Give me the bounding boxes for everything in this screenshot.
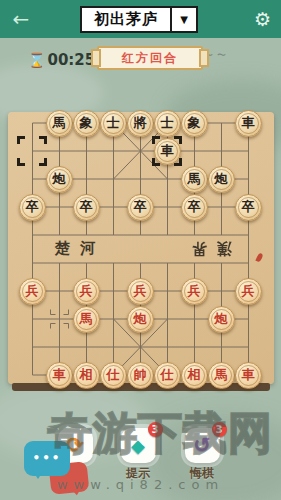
piece-glyph: 士 [154, 110, 181, 137]
piece-glyph: 兵 [19, 278, 46, 305]
board-point[interactable] [154, 333, 181, 361]
piece-glyph: 仕 [100, 362, 127, 389]
piece-glyph: 兵 [235, 278, 262, 305]
piece-glyph: 車 [154, 138, 181, 165]
piece-black[interactable]: 炮 [46, 165, 73, 193]
board-point[interactable] [154, 277, 181, 305]
board-point[interactable] [100, 333, 127, 361]
board-point[interactable] [154, 221, 181, 249]
river-label-left: 楚河 [55, 239, 105, 258]
board-point[interactable] [154, 249, 181, 277]
undo-label: 悔棋 [190, 465, 214, 482]
piece-red[interactable]: 炮 [208, 305, 235, 333]
board-point[interactable] [181, 137, 208, 165]
piece-black[interactable]: 馬 [181, 165, 208, 193]
xiangqi-app: ← 初出茅庐 ▼ ⚙ ⌛ 00:25 红方回合 〜〜 馬象士將士象車車炮馬炮卒卒… [0, 0, 281, 500]
board-point[interactable] [235, 249, 262, 277]
piece-red[interactable]: 仕 [100, 361, 127, 389]
piece-red[interactable]: 車 [46, 361, 73, 389]
board-point[interactable] [100, 193, 127, 221]
board-point[interactable] [181, 333, 208, 361]
piece-black[interactable]: 象 [181, 109, 208, 137]
xiangqi-board: 馬象士將士象車車炮馬炮卒卒卒卒卒兵兵兵兵兵馬炮炮車相仕帥仕相馬車 楚河 漢界 [8, 112, 274, 384]
undo-button[interactable]: ↺ 3 悔棋 [178, 428, 226, 482]
piece-black[interactable]: 馬 [46, 109, 73, 137]
piece-black[interactable]: 將 [127, 109, 154, 137]
piece-glyph: 馬 [73, 306, 100, 333]
piece-glyph: 象 [181, 110, 208, 137]
board-point[interactable] [127, 249, 154, 277]
board-point[interactable] [46, 305, 73, 333]
board-point[interactable] [235, 333, 262, 361]
board-point[interactable] [19, 137, 46, 165]
piece-red[interactable]: 帥 [127, 361, 154, 389]
replay-icon-box[interactable]: ⟳ [58, 428, 93, 463]
board-point[interactable] [154, 305, 181, 333]
timer-value: 00:25 [47, 51, 95, 69]
piece-glyph: 帥 [127, 362, 154, 389]
piece-glyph: 炮 [208, 306, 235, 333]
undo-count-badge: 3 [212, 422, 227, 437]
board-point[interactable] [100, 305, 127, 333]
board-point[interactable] [208, 333, 235, 361]
piece-black[interactable]: 卒 [73, 193, 100, 221]
hint-label: 提示 [126, 465, 150, 482]
piece-glyph: 炮 [208, 166, 235, 193]
piece-red[interactable]: 車 [235, 361, 262, 389]
piece-glyph: 馬 [208, 362, 235, 389]
board-point[interactable] [100, 137, 127, 165]
piece-glyph: 車 [235, 362, 262, 389]
piece-red[interactable]: 兵 [127, 277, 154, 305]
board-point[interactable] [235, 165, 262, 193]
board-point[interactable] [46, 137, 73, 165]
board-point[interactable] [19, 165, 46, 193]
board-point[interactable] [127, 221, 154, 249]
turn-indicator-badge: 红方回合 [97, 46, 203, 70]
piece-glyph: 卒 [73, 194, 100, 221]
board-point[interactable] [100, 165, 127, 193]
board-point[interactable] [46, 277, 73, 305]
piece-black[interactable]: 士 [100, 109, 127, 137]
replay-button[interactable]: ⟳ 重玩 [51, 428, 99, 482]
piece-red[interactable]: 馬 [73, 305, 100, 333]
piece-glyph: 卒 [181, 194, 208, 221]
piece-black[interactable]: 士 [154, 109, 181, 137]
board-point[interactable] [19, 221, 46, 249]
level-title: 初出茅庐 [82, 8, 170, 31]
board-point[interactable] [19, 333, 46, 361]
piece-glyph: 卒 [235, 194, 262, 221]
piece-glyph: 將 [127, 110, 154, 137]
board-point[interactable] [19, 305, 46, 333]
back-button[interactable]: ← [8, 6, 34, 32]
piece-glyph: 卒 [19, 194, 46, 221]
piece-red[interactable]: 兵 [19, 277, 46, 305]
piece-black[interactable]: 卒 [181, 193, 208, 221]
board-point[interactable] [208, 137, 235, 165]
board-point[interactable] [19, 109, 46, 137]
piece-glyph: 相 [73, 362, 100, 389]
board-point[interactable] [235, 305, 262, 333]
piece-black[interactable]: 卒 [127, 193, 154, 221]
piece-red[interactable]: 兵 [235, 277, 262, 305]
piece-glyph: 象 [73, 110, 100, 137]
board-point[interactable] [73, 165, 100, 193]
piece-black[interactable]: 卒 [235, 193, 262, 221]
undo-icon: ↺ [193, 435, 211, 456]
piece-glyph: 士 [100, 110, 127, 137]
board-point[interactable] [127, 333, 154, 361]
piece-red[interactable]: 馬 [208, 361, 235, 389]
piece-red[interactable]: 兵 [73, 277, 100, 305]
replay-icon: ⟳ [66, 435, 84, 456]
hourglass-icon: ⌛ [28, 52, 45, 68]
piece-glyph: 馬 [46, 110, 73, 137]
piece-glyph: 仕 [154, 362, 181, 389]
piece-black[interactable]: 炮 [208, 165, 235, 193]
board-point[interactable] [73, 137, 100, 165]
piece-red[interactable]: 仕 [154, 361, 181, 389]
hint-button[interactable]: ◆ 3 提示 [114, 428, 162, 482]
board-point[interactable] [154, 193, 181, 221]
piece-red[interactable]: 相 [181, 361, 208, 389]
piece-glyph: 兵 [73, 278, 100, 305]
hint-count-badge: 3 [148, 422, 163, 437]
board-point[interactable] [181, 305, 208, 333]
piece-glyph: 炮 [46, 166, 73, 193]
move-timer: ⌛ 00:25 [28, 51, 95, 69]
replay-label: 重玩 [63, 465, 87, 482]
piece-glyph: 車 [235, 110, 262, 137]
piece-glyph: 炮 [127, 306, 154, 333]
piece-red[interactable]: 炮 [127, 305, 154, 333]
piece-glyph: 兵 [127, 278, 154, 305]
board-point[interactable] [235, 221, 262, 249]
piece-glyph: 馬 [181, 166, 208, 193]
piece-glyph: 相 [181, 362, 208, 389]
board-point[interactable] [154, 165, 181, 193]
board-point[interactable] [208, 193, 235, 221]
piece-red[interactable]: 相 [73, 361, 100, 389]
board-point[interactable] [73, 333, 100, 361]
undo-icon-box[interactable]: ↺ 3 [185, 428, 220, 463]
board-point[interactable] [46, 193, 73, 221]
settings-gear-icon[interactable]: ⚙ [254, 8, 271, 30]
piece-black[interactable]: 車 [235, 109, 262, 137]
piece-glyph: 車 [46, 362, 73, 389]
hint-gem-icon: ◆ [131, 437, 145, 455]
chevron-down-icon[interactable]: ▼ [170, 8, 196, 31]
piece-glyph: 卒 [127, 194, 154, 221]
board-point[interactable] [100, 277, 127, 305]
board-point[interactable] [208, 109, 235, 137]
piece-black[interactable]: 象 [73, 109, 100, 137]
board-point[interactable] [19, 361, 46, 389]
board-point[interactable] [127, 137, 154, 165]
hint-icon-box[interactable]: ◆ 3 [121, 428, 156, 463]
board-point[interactable] [127, 165, 154, 193]
header-bar: ← 初出茅庐 ▼ ⚙ [0, 0, 281, 38]
board-point[interactable] [235, 137, 262, 165]
board-point[interactable] [208, 277, 235, 305]
board-point[interactable] [46, 333, 73, 361]
piece-glyph: 兵 [181, 278, 208, 305]
piece-black[interactable]: 卒 [19, 193, 46, 221]
river-label-right: 漢界 [182, 239, 232, 258]
piece-black[interactable]: 車 [154, 137, 181, 165]
board-point[interactable] [19, 249, 46, 277]
level-dropdown[interactable]: 初出茅庐 ▼ [80, 6, 198, 33]
piece-red[interactable]: 兵 [181, 277, 208, 305]
